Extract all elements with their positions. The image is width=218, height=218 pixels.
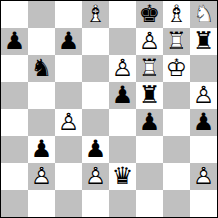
square-a1[interactable] (1, 190, 28, 217)
square-b6[interactable]: ♞ (28, 55, 55, 82)
piece-outline-glyph: ♖ (163, 28, 190, 55)
square-b4[interactable] (28, 109, 55, 136)
square-e7[interactable] (109, 28, 136, 55)
black-king: ♚ (136, 1, 163, 28)
square-f5[interactable]: ♜ (136, 82, 163, 109)
white-king: ♚♔ (163, 55, 190, 82)
white-bishop: ♝♗ (163, 1, 190, 28)
square-b3[interactable]: ♟ (28, 136, 55, 163)
square-a4[interactable] (1, 109, 28, 136)
black-pawn: ♟ (1, 28, 28, 55)
square-c2[interactable] (55, 163, 82, 190)
white-rook: ♜♖ (163, 28, 190, 55)
square-g7[interactable]: ♜♖ (163, 28, 190, 55)
piece-glyph: ♟ (1, 28, 28, 55)
square-f6[interactable]: ♜♖ (136, 55, 163, 82)
square-h1[interactable] (190, 190, 217, 217)
square-b8[interactable] (28, 1, 55, 28)
black-knight: ♞ (28, 55, 55, 82)
piece-glyph: ♟ (136, 109, 163, 136)
black-pawn: ♟ (109, 82, 136, 109)
white-pawn: ♟♙ (28, 163, 55, 190)
square-f8[interactable]: ♚ (136, 1, 163, 28)
square-e3[interactable] (109, 136, 136, 163)
black-pawn: ♟ (190, 109, 217, 136)
piece-outline-glyph: ♙ (190, 163, 217, 190)
black-queen: ♛ (109, 163, 136, 190)
piece-glyph: ♟ (109, 82, 136, 109)
square-h6[interactable] (190, 55, 217, 82)
white-pawn: ♟♙ (55, 109, 82, 136)
piece-outline-glyph: ♙ (109, 55, 136, 82)
black-pawn: ♟ (136, 109, 163, 136)
square-c7[interactable]: ♟ (55, 28, 82, 55)
square-a7[interactable]: ♟ (1, 28, 28, 55)
piece-glyph: ♞ (28, 55, 55, 82)
square-c6[interactable] (55, 55, 82, 82)
square-e6[interactable]: ♟♙ (109, 55, 136, 82)
square-d2[interactable]: ♟♙ (82, 163, 109, 190)
square-g4[interactable] (163, 109, 190, 136)
piece-outline-glyph: ♔ (163, 55, 190, 82)
square-h4[interactable]: ♟ (190, 109, 217, 136)
square-g5[interactable] (163, 82, 190, 109)
piece-outline-glyph: ♖ (136, 55, 163, 82)
square-g6[interactable]: ♚♔ (163, 55, 190, 82)
white-knight: ♞♘ (190, 1, 217, 28)
black-pawn: ♟ (82, 136, 109, 163)
black-pawn: ♟ (28, 136, 55, 163)
black-rook: ♜ (190, 28, 217, 55)
piece-outline-glyph: ♗ (82, 1, 109, 28)
white-pawn: ♟♙ (136, 28, 163, 55)
black-pawn: ♟ (55, 28, 82, 55)
square-g3[interactable] (163, 136, 190, 163)
square-d6[interactable] (82, 55, 109, 82)
piece-glyph: ♟ (55, 28, 82, 55)
square-a3[interactable] (1, 136, 28, 163)
chess-board: ♝♗♚♝♗♞♘♟♟♟♙♜♖♜♞♟♙♜♖♚♔♟♜♟♙♟♙♟♟♟♟♟♙♟♙♛♟♙ (0, 0, 218, 218)
square-g8[interactable]: ♝♗ (163, 1, 190, 28)
square-h8[interactable]: ♞♘ (190, 1, 217, 28)
square-c1[interactable] (55, 190, 82, 217)
piece-glyph: ♚ (136, 1, 163, 28)
piece-glyph: ♟ (28, 136, 55, 163)
square-h5[interactable]: ♟♙ (190, 82, 217, 109)
square-f4[interactable]: ♟ (136, 109, 163, 136)
white-pawn: ♟♙ (190, 163, 217, 190)
piece-outline-glyph: ♘ (190, 1, 217, 28)
square-d3[interactable]: ♟ (82, 136, 109, 163)
square-e4[interactable] (109, 109, 136, 136)
square-g2[interactable] (163, 163, 190, 190)
square-g1[interactable] (163, 190, 190, 217)
piece-outline-glyph: ♙ (55, 109, 82, 136)
square-b5[interactable] (28, 82, 55, 109)
square-e2[interactable]: ♛ (109, 163, 136, 190)
square-b7[interactable] (28, 28, 55, 55)
square-f3[interactable] (136, 136, 163, 163)
square-c4[interactable]: ♟♙ (55, 109, 82, 136)
square-d1[interactable] (82, 190, 109, 217)
white-pawn: ♟♙ (82, 163, 109, 190)
piece-outline-glyph: ♙ (190, 82, 217, 109)
square-e8[interactable] (109, 1, 136, 28)
square-e5[interactable]: ♟ (109, 82, 136, 109)
piece-glyph: ♟ (82, 136, 109, 163)
white-pawn: ♟♙ (109, 55, 136, 82)
square-f2[interactable] (136, 163, 163, 190)
piece-glyph: ♜ (136, 82, 163, 109)
piece-glyph: ♟ (190, 109, 217, 136)
square-h3[interactable] (190, 136, 217, 163)
square-d7[interactable] (82, 28, 109, 55)
square-a5[interactable] (1, 82, 28, 109)
white-pawn: ♟♙ (190, 82, 217, 109)
square-h2[interactable]: ♟♙ (190, 163, 217, 190)
square-a8[interactable] (1, 1, 28, 28)
square-f7[interactable]: ♟♙ (136, 28, 163, 55)
square-d4[interactable] (82, 109, 109, 136)
square-d8[interactable]: ♝♗ (82, 1, 109, 28)
square-h7[interactable]: ♜ (190, 28, 217, 55)
square-a2[interactable] (1, 163, 28, 190)
square-b1[interactable] (28, 190, 55, 217)
square-c8[interactable] (55, 1, 82, 28)
piece-outline-glyph: ♗ (163, 1, 190, 28)
white-rook: ♜♖ (136, 55, 163, 82)
square-a6[interactable] (1, 55, 28, 82)
square-e1[interactable] (109, 190, 136, 217)
white-bishop: ♝♗ (82, 1, 109, 28)
piece-outline-glyph: ♙ (28, 163, 55, 190)
piece-outline-glyph: ♙ (136, 28, 163, 55)
square-d5[interactable] (82, 82, 109, 109)
square-b2[interactable]: ♟♙ (28, 163, 55, 190)
square-f1[interactable] (136, 190, 163, 217)
black-rook: ♜ (136, 82, 163, 109)
square-c3[interactable] (55, 136, 82, 163)
square-c5[interactable] (55, 82, 82, 109)
piece-glyph: ♜ (190, 28, 217, 55)
piece-outline-glyph: ♙ (82, 163, 109, 190)
piece-glyph: ♛ (109, 163, 136, 190)
